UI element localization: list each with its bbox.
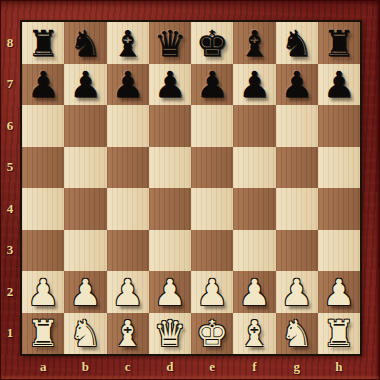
square-f1[interactable]: ♝ bbox=[233, 313, 275, 355]
square-h5[interactable] bbox=[318, 147, 360, 189]
file-label-d: d bbox=[149, 356, 191, 378]
piece-white-pawn[interactable]: ♟ bbox=[27, 273, 59, 311]
piece-white-pawn[interactable]: ♟ bbox=[323, 273, 355, 311]
square-e4[interactable] bbox=[191, 188, 233, 230]
chess-board: ♜♞♝♛♚♝♞♜♟♟♟♟♟♟♟♟♟♟♟♟♟♟♟♟♜♞♝♛♚♝♞♜ bbox=[20, 20, 362, 356]
piece-white-pawn[interactable]: ♟ bbox=[111, 273, 143, 311]
piece-white-rook[interactable]: ♜ bbox=[27, 314, 59, 352]
piece-black-knight[interactable]: ♞ bbox=[69, 24, 101, 62]
square-d8[interactable]: ♛ bbox=[149, 22, 191, 64]
piece-white-pawn[interactable]: ♟ bbox=[196, 273, 228, 311]
file-label-c: c bbox=[107, 356, 149, 378]
square-f6[interactable] bbox=[233, 105, 275, 147]
square-h8[interactable]: ♜ bbox=[318, 22, 360, 64]
rank-label-6: 6 bbox=[0, 105, 20, 147]
square-b8[interactable]: ♞ bbox=[64, 22, 106, 64]
square-f7[interactable]: ♟ bbox=[233, 64, 275, 106]
square-b6[interactable] bbox=[64, 105, 106, 147]
square-b7[interactable]: ♟ bbox=[64, 64, 106, 106]
piece-black-rook[interactable]: ♜ bbox=[323, 24, 355, 62]
piece-white-pawn[interactable]: ♟ bbox=[238, 273, 270, 311]
square-e5[interactable] bbox=[191, 147, 233, 189]
file-labels: a b c d e f g h bbox=[22, 356, 360, 378]
square-b4[interactable] bbox=[64, 188, 106, 230]
piece-black-pawn[interactable]: ♟ bbox=[196, 65, 228, 103]
square-d7[interactable]: ♟ bbox=[149, 64, 191, 106]
square-a8[interactable]: ♜ bbox=[22, 22, 64, 64]
square-d5[interactable] bbox=[149, 147, 191, 189]
rank-label-3: 3 bbox=[0, 230, 20, 272]
file-label-g: g bbox=[276, 356, 318, 378]
file-label-e: e bbox=[191, 356, 233, 378]
square-a1[interactable]: ♜ bbox=[22, 313, 64, 355]
piece-white-bishop[interactable]: ♝ bbox=[111, 314, 143, 352]
square-c8[interactable]: ♝ bbox=[107, 22, 149, 64]
piece-white-pawn[interactable]: ♟ bbox=[280, 273, 312, 311]
piece-white-pawn[interactable]: ♟ bbox=[69, 273, 101, 311]
piece-black-bishop[interactable]: ♝ bbox=[111, 24, 143, 62]
square-d2[interactable]: ♟ bbox=[149, 271, 191, 313]
square-e3[interactable] bbox=[191, 230, 233, 272]
square-f4[interactable] bbox=[233, 188, 275, 230]
piece-white-knight[interactable]: ♞ bbox=[69, 314, 101, 352]
square-a5[interactable] bbox=[22, 147, 64, 189]
piece-black-knight[interactable]: ♞ bbox=[280, 24, 312, 62]
square-d4[interactable] bbox=[149, 188, 191, 230]
square-h2[interactable]: ♟ bbox=[318, 271, 360, 313]
square-h7[interactable]: ♟ bbox=[318, 64, 360, 106]
file-label-b: b bbox=[64, 356, 106, 378]
square-e6[interactable] bbox=[191, 105, 233, 147]
rank-label-1: 1 bbox=[0, 313, 20, 355]
square-h6[interactable] bbox=[318, 105, 360, 147]
square-a2[interactable]: ♟ bbox=[22, 271, 64, 313]
piece-black-pawn[interactable]: ♟ bbox=[280, 65, 312, 103]
piece-black-pawn[interactable]: ♟ bbox=[154, 65, 186, 103]
file-label-a: a bbox=[22, 356, 64, 378]
piece-black-rook[interactable]: ♜ bbox=[27, 24, 59, 62]
square-e7[interactable]: ♟ bbox=[191, 64, 233, 106]
piece-black-pawn[interactable]: ♟ bbox=[111, 65, 143, 103]
square-d3[interactable] bbox=[149, 230, 191, 272]
rank-labels: 8 7 6 5 4 3 2 1 bbox=[0, 22, 20, 354]
piece-white-rook[interactable]: ♜ bbox=[323, 314, 355, 352]
square-c2[interactable]: ♟ bbox=[107, 271, 149, 313]
piece-white-pawn[interactable]: ♟ bbox=[154, 273, 186, 311]
square-h4[interactable] bbox=[318, 188, 360, 230]
square-f2[interactable]: ♟ bbox=[233, 271, 275, 313]
piece-black-king[interactable]: ♚ bbox=[196, 24, 228, 62]
square-c4[interactable] bbox=[107, 188, 149, 230]
square-a4[interactable] bbox=[22, 188, 64, 230]
piece-black-pawn[interactable]: ♟ bbox=[323, 65, 355, 103]
square-g2[interactable]: ♟ bbox=[276, 271, 318, 313]
square-g3[interactable] bbox=[276, 230, 318, 272]
rank-label-4: 4 bbox=[0, 188, 20, 230]
square-h1[interactable]: ♜ bbox=[318, 313, 360, 355]
square-c1[interactable]: ♝ bbox=[107, 313, 149, 355]
square-g7[interactable]: ♟ bbox=[276, 64, 318, 106]
square-g5[interactable] bbox=[276, 147, 318, 189]
square-d1[interactable]: ♛ bbox=[149, 313, 191, 355]
square-c7[interactable]: ♟ bbox=[107, 64, 149, 106]
square-f3[interactable] bbox=[233, 230, 275, 272]
square-c6[interactable] bbox=[107, 105, 149, 147]
square-f8[interactable]: ♝ bbox=[233, 22, 275, 64]
piece-white-bishop[interactable]: ♝ bbox=[238, 314, 270, 352]
piece-black-pawn[interactable]: ♟ bbox=[69, 65, 101, 103]
rank-label-5: 5 bbox=[0, 147, 20, 189]
rank-label-8: 8 bbox=[0, 22, 20, 64]
rank-label-2: 2 bbox=[0, 271, 20, 313]
square-g1[interactable]: ♞ bbox=[276, 313, 318, 355]
square-e8[interactable]: ♚ bbox=[191, 22, 233, 64]
piece-white-knight[interactable]: ♞ bbox=[280, 314, 312, 352]
square-c5[interactable] bbox=[107, 147, 149, 189]
square-g4[interactable] bbox=[276, 188, 318, 230]
file-label-h: h bbox=[318, 356, 360, 378]
square-e1[interactable]: ♚ bbox=[191, 313, 233, 355]
square-a3[interactable] bbox=[22, 230, 64, 272]
square-g8[interactable]: ♞ bbox=[276, 22, 318, 64]
square-b2[interactable]: ♟ bbox=[64, 271, 106, 313]
square-g6[interactable] bbox=[276, 105, 318, 147]
rank-label-7: 7 bbox=[0, 64, 20, 106]
piece-black-bishop[interactable]: ♝ bbox=[238, 24, 270, 62]
square-c3[interactable] bbox=[107, 230, 149, 272]
square-b1[interactable]: ♞ bbox=[64, 313, 106, 355]
square-a6[interactable] bbox=[22, 105, 64, 147]
file-label-f: f bbox=[233, 356, 275, 378]
square-b5[interactable] bbox=[64, 147, 106, 189]
piece-black-pawn[interactable]: ♟ bbox=[27, 65, 59, 103]
board-frame: ♜♞♝♛♚♝♞♜♟♟♟♟♟♟♟♟♟♟♟♟♟♟♟♟♜♞♝♛♚♝♞♜ 8 7 6 5… bbox=[0, 0, 380, 380]
piece-white-queen[interactable]: ♛ bbox=[154, 314, 186, 352]
piece-white-king[interactable]: ♚ bbox=[196, 314, 228, 352]
square-f5[interactable] bbox=[233, 147, 275, 189]
square-d6[interactable] bbox=[149, 105, 191, 147]
piece-black-queen[interactable]: ♛ bbox=[154, 24, 186, 62]
square-e2[interactable]: ♟ bbox=[191, 271, 233, 313]
square-b3[interactable] bbox=[64, 230, 106, 272]
piece-black-pawn[interactable]: ♟ bbox=[238, 65, 270, 103]
square-h3[interactable] bbox=[318, 230, 360, 272]
square-a7[interactable]: ♟ bbox=[22, 64, 64, 106]
